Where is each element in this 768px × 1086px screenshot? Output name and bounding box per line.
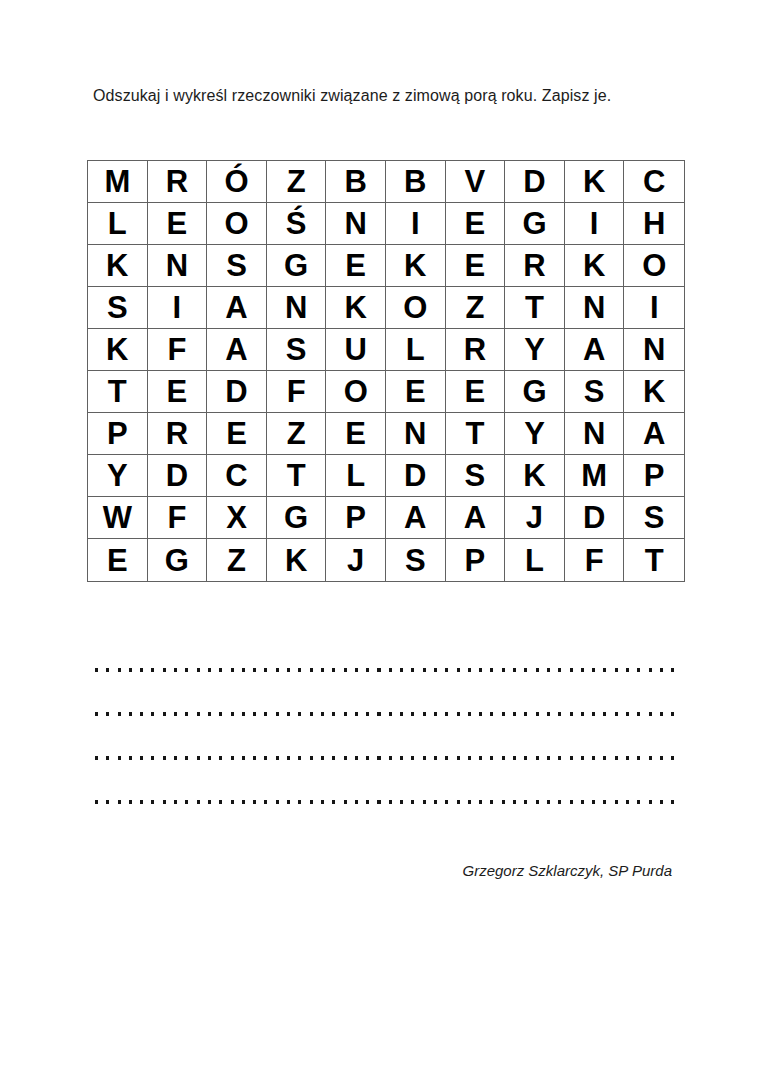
grid-cell[interactable]: D <box>565 497 625 539</box>
grid-cell[interactable]: D <box>148 455 208 497</box>
grid-cell[interactable]: K <box>386 245 446 287</box>
grid-cell[interactable]: N <box>624 329 684 371</box>
grid-cell[interactable]: L <box>326 455 386 497</box>
grid-cell[interactable]: N <box>148 245 208 287</box>
grid-cell[interactable]: E <box>207 413 267 455</box>
grid-cell[interactable]: T <box>624 539 684 581</box>
grid-cell[interactable]: I <box>624 287 684 329</box>
grid-cell[interactable]: Y <box>88 455 148 497</box>
author-credit: Grzegorz Szklarczyk, SP Purda <box>462 862 672 879</box>
answer-line[interactable] <box>95 756 679 760</box>
grid-cell[interactable]: G <box>505 203 565 245</box>
grid-cell[interactable]: P <box>624 455 684 497</box>
grid-cell[interactable]: I <box>386 203 446 245</box>
grid-cell[interactable]: E <box>446 245 506 287</box>
grid-cell[interactable]: R <box>148 161 208 203</box>
grid-cell[interactable]: D <box>207 371 267 413</box>
grid-cell[interactable]: S <box>446 455 506 497</box>
grid-cell[interactable]: F <box>148 497 208 539</box>
grid-cell[interactable]: E <box>446 371 506 413</box>
grid-cell[interactable]: E <box>326 245 386 287</box>
grid-cell[interactable]: J <box>326 539 386 581</box>
grid-cell[interactable]: A <box>446 497 506 539</box>
grid-cell[interactable]: D <box>386 455 446 497</box>
grid-cell[interactable]: G <box>148 539 208 581</box>
grid-cell[interactable]: S <box>386 539 446 581</box>
grid-cell[interactable]: F <box>267 371 327 413</box>
grid-cell[interactable]: S <box>207 245 267 287</box>
grid-cell[interactable]: E <box>326 413 386 455</box>
grid-cell[interactable]: S <box>267 329 327 371</box>
grid-cell[interactable]: F <box>565 539 625 581</box>
grid-cell[interactable]: P <box>326 497 386 539</box>
grid-cell[interactable]: K <box>565 161 625 203</box>
grid-cell[interactable]: K <box>624 371 684 413</box>
grid-cell[interactable]: M <box>88 161 148 203</box>
grid-cell[interactable]: R <box>505 245 565 287</box>
grid-cell[interactable]: O <box>386 287 446 329</box>
grid-cell[interactable]: B <box>326 161 386 203</box>
grid-cell[interactable]: F <box>148 329 208 371</box>
grid-cell[interactable]: N <box>386 413 446 455</box>
grid-cell[interactable]: K <box>505 455 565 497</box>
grid-cell[interactable]: E <box>386 371 446 413</box>
grid-cell[interactable]: T <box>88 371 148 413</box>
grid-cell[interactable]: A <box>386 497 446 539</box>
grid-cell[interactable]: S <box>565 371 625 413</box>
grid-cell[interactable]: S <box>624 497 684 539</box>
grid-cell[interactable]: E <box>446 203 506 245</box>
grid-cell[interactable]: V <box>446 161 506 203</box>
answer-line[interactable] <box>95 668 679 672</box>
grid-cell[interactable]: C <box>624 161 684 203</box>
grid-cell[interactable]: L <box>88 203 148 245</box>
grid-cell[interactable]: I <box>148 287 208 329</box>
grid-cell[interactable]: K <box>88 245 148 287</box>
grid-cell[interactable]: L <box>386 329 446 371</box>
word-search-grid: MRÓZBBVDKCLEOŚNIEGIHKNSGEKERKOSIANKOZTNI… <box>87 160 685 582</box>
answer-lines-area <box>95 668 679 844</box>
grid-cell[interactable]: N <box>267 287 327 329</box>
grid-cell[interactable]: W <box>88 497 148 539</box>
grid-cell[interactable]: O <box>207 203 267 245</box>
grid-cell[interactable]: B <box>386 161 446 203</box>
grid-cell[interactable]: L <box>505 539 565 581</box>
grid-cell[interactable]: N <box>565 287 625 329</box>
grid-cell[interactable]: T <box>446 413 506 455</box>
grid-cell[interactable]: A <box>624 413 684 455</box>
grid-cell[interactable]: K <box>267 539 327 581</box>
grid-cell[interactable]: R <box>148 413 208 455</box>
grid-cell[interactable]: Ó <box>207 161 267 203</box>
grid-cell[interactable]: Y <box>505 413 565 455</box>
grid-cell[interactable]: S <box>88 287 148 329</box>
grid-cell[interactable]: G <box>267 245 327 287</box>
grid-cell[interactable]: O <box>326 371 386 413</box>
grid-cell[interactable]: I <box>565 203 625 245</box>
grid-cell[interactable]: E <box>88 539 148 581</box>
grid-cell[interactable]: A <box>207 329 267 371</box>
grid-cell[interactable]: O <box>624 245 684 287</box>
grid-cell[interactable]: N <box>565 413 625 455</box>
grid-cell[interactable]: T <box>267 455 327 497</box>
grid-cell[interactable]: K <box>88 329 148 371</box>
grid-cell[interactable]: G <box>505 371 565 413</box>
instruction-text: Odszukaj i wykreśl rzeczowniki związane … <box>93 87 611 105</box>
answer-line[interactable] <box>95 712 679 716</box>
grid-cell[interactable]: Ś <box>267 203 327 245</box>
grid-cell[interactable]: P <box>446 539 506 581</box>
grid-cell[interactable]: Z <box>267 413 327 455</box>
grid-cell[interactable]: J <box>505 497 565 539</box>
grid-cell[interactable]: A <box>565 329 625 371</box>
grid-cell[interactable]: T <box>505 287 565 329</box>
grid-cell[interactable]: Y <box>505 329 565 371</box>
grid-cell[interactable]: K <box>565 245 625 287</box>
grid-cell[interactable]: Z <box>267 161 327 203</box>
grid-cell[interactable]: X <box>207 497 267 539</box>
grid-cell[interactable]: U <box>326 329 386 371</box>
grid-cell[interactable]: K <box>326 287 386 329</box>
grid-cell[interactable]: P <box>88 413 148 455</box>
grid-cell[interactable]: H <box>624 203 684 245</box>
grid-cell[interactable]: M <box>565 455 625 497</box>
grid-cell[interactable]: Z <box>207 539 267 581</box>
grid-cell[interactable]: Z <box>446 287 506 329</box>
grid-cell[interactable]: E <box>148 371 208 413</box>
answer-line[interactable] <box>95 800 679 804</box>
grid-cell[interactable]: G <box>267 497 327 539</box>
grid-cell[interactable]: A <box>207 287 267 329</box>
grid-cell[interactable]: E <box>148 203 208 245</box>
grid-cell[interactable]: D <box>505 161 565 203</box>
grid-cell[interactable]: C <box>207 455 267 497</box>
grid-cell[interactable]: N <box>326 203 386 245</box>
grid-cell[interactable]: R <box>446 329 506 371</box>
